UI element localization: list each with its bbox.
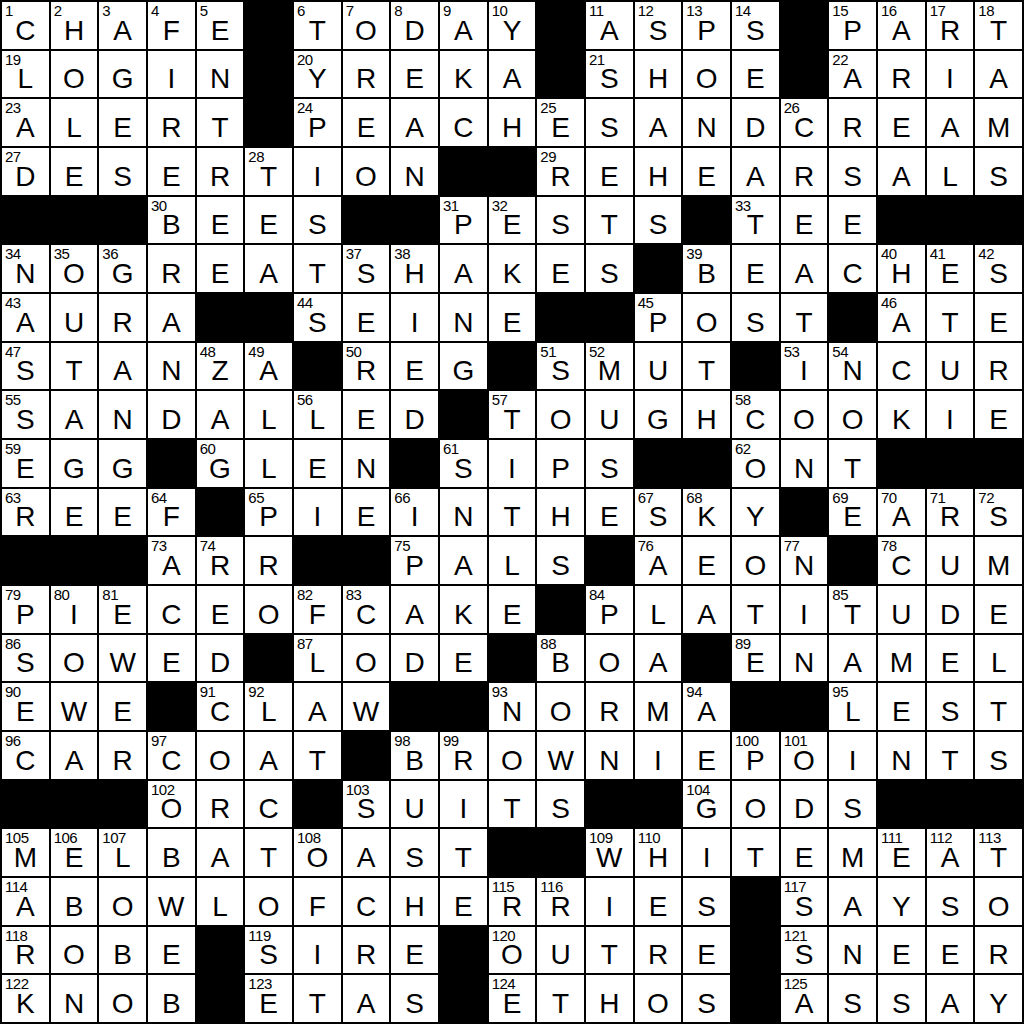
cell-r2c21[interactable]: A	[975, 51, 1022, 98]
cell-r18c5[interactable]: A	[197, 829, 244, 876]
cell-r16c4[interactable]: 97C	[148, 732, 195, 779]
cell-r17c12[interactable]: S	[537, 781, 584, 828]
cell-r8c1[interactable]: 47S	[2, 343, 49, 390]
cell-r5c17[interactable]: E	[781, 197, 828, 244]
cell-r10c13[interactable]: S	[586, 440, 633, 487]
cell-r18c6[interactable]: T	[245, 829, 292, 876]
cell-r11c19[interactable]: 70A	[878, 489, 925, 536]
cell-r9c21[interactable]: E	[975, 391, 1022, 438]
cell-r13c13[interactable]: 84P	[586, 586, 633, 633]
cell-r18c20[interactable]: 112A	[927, 829, 974, 876]
cell-r11c7[interactable]: I	[294, 489, 341, 536]
cell-r15c14[interactable]: M	[635, 683, 682, 730]
cell-r20c17[interactable]: 121S	[781, 927, 828, 974]
cell-r9c14[interactable]: G	[635, 391, 682, 438]
cell-r21c21[interactable]: Y	[975, 975, 1022, 1022]
cell-r5c10[interactable]: 31P	[440, 197, 487, 244]
cell-r9c20[interactable]: I	[927, 391, 974, 438]
cell-r12c19[interactable]: 78C	[878, 537, 925, 584]
cell-r12c17[interactable]: 77N	[781, 537, 828, 584]
cell-r19c17[interactable]: 117S	[781, 878, 828, 925]
cell-r5c13[interactable]: T	[586, 197, 633, 244]
cell-r2c1[interactable]: 19L	[2, 51, 49, 98]
cell-r17c11[interactable]: T	[489, 781, 536, 828]
cell-r12c4[interactable]: 73A	[148, 537, 195, 584]
cell-r6c16[interactable]: E	[732, 245, 779, 292]
cell-r13c15[interactable]: A	[683, 586, 730, 633]
cell-r9c17[interactable]: O	[781, 391, 828, 438]
cell-r11c16[interactable]: Y	[732, 489, 779, 536]
cell-r9c19[interactable]: K	[878, 391, 925, 438]
cell-r13c19[interactable]: U	[878, 586, 925, 633]
cell-r5c7[interactable]: S	[294, 197, 341, 244]
cell-r13c10[interactable]: K	[440, 586, 487, 633]
cell-r21c2[interactable]: N	[51, 975, 98, 1022]
cell-r21c14[interactable]: O	[635, 975, 682, 1022]
cell-r7c1[interactable]: 43A	[2, 294, 49, 341]
cell-r18c7[interactable]: 108O	[294, 829, 341, 876]
cell-r11c2[interactable]: E	[51, 489, 98, 536]
cell-r15c7[interactable]: A	[294, 683, 341, 730]
cell-r8c5[interactable]: 48Z	[197, 343, 244, 390]
cell-r14c20[interactable]: E	[927, 635, 974, 682]
cell-r3c8[interactable]: E	[343, 99, 390, 146]
cell-r20c1[interactable]: 118R	[2, 927, 49, 974]
cell-r14c1[interactable]: 86S	[2, 635, 49, 682]
cell-r7c15[interactable]: O	[683, 294, 730, 341]
cell-r16c9[interactable]: 98B	[391, 732, 438, 779]
cell-r21c12[interactable]: T	[537, 975, 584, 1022]
cell-r1c5[interactable]: 5E	[197, 2, 244, 49]
cell-r10c10[interactable]: 61S	[440, 440, 487, 487]
cell-r15c12[interactable]: O	[537, 683, 584, 730]
cell-r4c15[interactable]: E	[683, 148, 730, 195]
cell-r16c1[interactable]: 96C	[2, 732, 49, 779]
cell-r8c12[interactable]: 51S	[537, 343, 584, 390]
cell-r18c1[interactable]: 105M	[2, 829, 49, 876]
cell-r19c18[interactable]: A	[829, 878, 876, 925]
cell-r13c8[interactable]: 83C	[343, 586, 390, 633]
cell-r4c8[interactable]: O	[343, 148, 390, 195]
cell-r16c15[interactable]: E	[683, 732, 730, 779]
cell-r17c4[interactable]: 102O	[148, 781, 195, 828]
cell-r2c13[interactable]: 21S	[586, 51, 633, 98]
cell-r4c17[interactable]: R	[781, 148, 828, 195]
cell-r6c10[interactable]: A	[440, 245, 487, 292]
cell-r14c9[interactable]: D	[391, 635, 438, 682]
cell-r3c17[interactable]: 26C	[781, 99, 828, 146]
cell-r19c1[interactable]: 114A	[2, 878, 49, 925]
cell-r8c6[interactable]: 49A	[245, 343, 292, 390]
cell-r10c1[interactable]: 59E	[2, 440, 49, 487]
cell-r18c4[interactable]: B	[148, 829, 195, 876]
cell-r12c11[interactable]: L	[489, 537, 536, 584]
cell-r8c18[interactable]: 54N	[829, 343, 876, 390]
cell-r12c12[interactable]: S	[537, 537, 584, 584]
cell-r4c19[interactable]: A	[878, 148, 925, 195]
cell-r12c5[interactable]: 74R	[197, 537, 244, 584]
cell-r16c16[interactable]: 100P	[732, 732, 779, 779]
cell-r8c17[interactable]: 53I	[781, 343, 828, 390]
cell-r13c20[interactable]: D	[927, 586, 974, 633]
cell-r5c5[interactable]: E	[197, 197, 244, 244]
cell-r1c18[interactable]: 15P	[829, 2, 876, 49]
cell-r3c16[interactable]: D	[732, 99, 779, 146]
cell-r6c17[interactable]: A	[781, 245, 828, 292]
cell-r4c14[interactable]: H	[635, 148, 682, 195]
cell-r3c9[interactable]: A	[391, 99, 438, 146]
cell-r2c18[interactable]: 22A	[829, 51, 876, 98]
cell-r14c14[interactable]: A	[635, 635, 682, 682]
cell-r18c14[interactable]: 110H	[635, 829, 682, 876]
cell-r14c21[interactable]: L	[975, 635, 1022, 682]
cell-r12c15[interactable]: E	[683, 537, 730, 584]
cell-r21c19[interactable]: S	[878, 975, 925, 1022]
cell-r1c8[interactable]: 7O	[343, 2, 390, 49]
cell-r6c11[interactable]: K	[489, 245, 536, 292]
cell-r20c15[interactable]: E	[683, 927, 730, 974]
cell-r9c1[interactable]: 55S	[2, 391, 49, 438]
cell-r20c11[interactable]: 120O	[489, 927, 536, 974]
cell-r7c17[interactable]: T	[781, 294, 828, 341]
cell-r15c20[interactable]: S	[927, 683, 974, 730]
cell-r3c18[interactable]: R	[829, 99, 876, 146]
cell-r13c6[interactable]: O	[245, 586, 292, 633]
cell-r14c12[interactable]: 88B	[537, 635, 584, 682]
cell-r20c7[interactable]: I	[294, 927, 341, 974]
cell-r6c5[interactable]: E	[197, 245, 244, 292]
cell-r15c6[interactable]: 92L	[245, 683, 292, 730]
cell-r20c6[interactable]: 119S	[245, 927, 292, 974]
cell-r21c11[interactable]: 124E	[489, 975, 536, 1022]
cell-r4c20[interactable]: L	[927, 148, 974, 195]
cell-r3c15[interactable]: N	[683, 99, 730, 146]
cell-r8c2[interactable]: T	[51, 343, 98, 390]
cell-r9c11[interactable]: 57T	[489, 391, 536, 438]
cell-r7c20[interactable]: T	[927, 294, 974, 341]
cell-r14c10[interactable]: E	[440, 635, 487, 682]
cell-r15c8[interactable]: W	[343, 683, 390, 730]
cell-r11c18[interactable]: 69E	[829, 489, 876, 536]
cell-r5c12[interactable]: S	[537, 197, 584, 244]
cell-r10c3[interactable]: G	[99, 440, 146, 487]
cell-r14c4[interactable]: E	[148, 635, 195, 682]
cell-r11c3[interactable]: E	[99, 489, 146, 536]
cell-r4c9[interactable]: N	[391, 148, 438, 195]
cell-r8c14[interactable]: U	[635, 343, 682, 390]
cell-r16c18[interactable]: I	[829, 732, 876, 779]
cell-r14c18[interactable]: A	[829, 635, 876, 682]
cell-r15c13[interactable]: R	[586, 683, 633, 730]
cell-r3c19[interactable]: E	[878, 99, 925, 146]
cell-r13c18[interactable]: 85T	[829, 586, 876, 633]
cell-r1c1[interactable]: 1C	[2, 2, 49, 49]
cell-r18c13[interactable]: 109W	[586, 829, 633, 876]
cell-r10c17[interactable]: N	[781, 440, 828, 487]
cell-r18c18[interactable]: M	[829, 829, 876, 876]
cell-r14c13[interactable]: O	[586, 635, 633, 682]
cell-r11c12[interactable]: H	[537, 489, 584, 536]
cell-r1c16[interactable]: 14S	[732, 2, 779, 49]
cell-r11c15[interactable]: 68K	[683, 489, 730, 536]
cell-r14c7[interactable]: 87L	[294, 635, 341, 682]
cell-r16c10[interactable]: 99R	[440, 732, 487, 779]
cell-r15c2[interactable]: W	[51, 683, 98, 730]
cell-r13c4[interactable]: C	[148, 586, 195, 633]
cell-r8c3[interactable]: A	[99, 343, 146, 390]
cell-r11c4[interactable]: 64F	[148, 489, 195, 536]
cell-r11c21[interactable]: 72S	[975, 489, 1022, 536]
cell-r5c14[interactable]: S	[635, 197, 682, 244]
cell-r8c13[interactable]: 52M	[586, 343, 633, 390]
cell-r9c4[interactable]: D	[148, 391, 195, 438]
cell-r4c18[interactable]: S	[829, 148, 876, 195]
cell-r7c11[interactable]: E	[489, 294, 536, 341]
cell-r3c21[interactable]: M	[975, 99, 1022, 146]
cell-r11c6[interactable]: 65P	[245, 489, 292, 536]
cell-r1c21[interactable]: 18T	[975, 2, 1022, 49]
cell-r16c2[interactable]: A	[51, 732, 98, 779]
cell-r12c6[interactable]: R	[245, 537, 292, 584]
cell-r10c18[interactable]: T	[829, 440, 876, 487]
cell-r9c12[interactable]: O	[537, 391, 584, 438]
cell-r4c6[interactable]: 28T	[245, 148, 292, 195]
cell-r13c3[interactable]: 81E	[99, 586, 146, 633]
cell-r12c14[interactable]: 76A	[635, 537, 682, 584]
cell-r19c12[interactable]: 116R	[537, 878, 584, 925]
cell-r21c17[interactable]: 125A	[781, 975, 828, 1022]
cell-r8c8[interactable]: 50R	[343, 343, 390, 390]
cell-r13c16[interactable]: T	[732, 586, 779, 633]
cell-r9c16[interactable]: 58C	[732, 391, 779, 438]
cell-r3c1[interactable]: 23A	[2, 99, 49, 146]
cell-r18c21[interactable]: 113T	[975, 829, 1022, 876]
cell-r2c9[interactable]: E	[391, 51, 438, 98]
cell-r18c3[interactable]: 107L	[99, 829, 146, 876]
cell-r9c9[interactable]: D	[391, 391, 438, 438]
cell-r10c8[interactable]: N	[343, 440, 390, 487]
cell-r6c7[interactable]: T	[294, 245, 341, 292]
cell-r14c3[interactable]: W	[99, 635, 146, 682]
cell-r19c15[interactable]: S	[683, 878, 730, 925]
cell-r3c2[interactable]: L	[51, 99, 98, 146]
cell-r15c1[interactable]: 90E	[2, 683, 49, 730]
cell-r9c8[interactable]: E	[343, 391, 390, 438]
cell-r8c21[interactable]: R	[975, 343, 1022, 390]
cell-r13c17[interactable]: I	[781, 586, 828, 633]
cell-r4c5[interactable]: R	[197, 148, 244, 195]
cell-r7c3[interactable]: R	[99, 294, 146, 341]
cell-r20c9[interactable]: E	[391, 927, 438, 974]
cell-r16c7[interactable]: T	[294, 732, 341, 779]
cell-r19c13[interactable]: I	[586, 878, 633, 925]
cell-r9c7[interactable]: 56L	[294, 391, 341, 438]
cell-r7c21[interactable]: E	[975, 294, 1022, 341]
cell-r21c9[interactable]: S	[391, 975, 438, 1022]
cell-r19c4[interactable]: W	[148, 878, 195, 925]
cell-r19c5[interactable]: L	[197, 878, 244, 925]
cell-r2c3[interactable]: G	[99, 51, 146, 98]
cell-r1c4[interactable]: 4F	[148, 2, 195, 49]
cell-r20c14[interactable]: R	[635, 927, 682, 974]
cell-r1c10[interactable]: 9A	[440, 2, 487, 49]
cell-r6c18[interactable]: C	[829, 245, 876, 292]
cell-r4c1[interactable]: 27D	[2, 148, 49, 195]
cell-r20c8[interactable]: R	[343, 927, 390, 974]
cell-r7c8[interactable]: E	[343, 294, 390, 341]
cell-r2c14[interactable]: H	[635, 51, 682, 98]
cell-r11c8[interactable]: E	[343, 489, 390, 536]
cell-r13c14[interactable]: L	[635, 586, 682, 633]
cell-r5c4[interactable]: 30B	[148, 197, 195, 244]
cell-r4c16[interactable]: A	[732, 148, 779, 195]
cell-r1c14[interactable]: 12S	[635, 2, 682, 49]
cell-r16c11[interactable]: O	[489, 732, 536, 779]
cell-r20c2[interactable]: O	[51, 927, 98, 974]
cell-r18c15[interactable]: I	[683, 829, 730, 876]
cell-r7c7[interactable]: 44S	[294, 294, 341, 341]
cell-r18c16[interactable]: T	[732, 829, 779, 876]
cell-r19c6[interactable]: O	[245, 878, 292, 925]
cell-r6c4[interactable]: R	[148, 245, 195, 292]
cell-r1c19[interactable]: 16A	[878, 2, 925, 49]
cell-r7c14[interactable]: 45P	[635, 294, 682, 341]
cell-r19c2[interactable]: B	[51, 878, 98, 925]
cell-r8c10[interactable]: G	[440, 343, 487, 390]
cell-r9c3[interactable]: N	[99, 391, 146, 438]
cell-r15c15[interactable]: 94A	[683, 683, 730, 730]
cell-r8c15[interactable]: T	[683, 343, 730, 390]
cell-r11c13[interactable]: E	[586, 489, 633, 536]
cell-r6c6[interactable]: A	[245, 245, 292, 292]
cell-r16c17[interactable]: 101O	[781, 732, 828, 779]
cell-r7c4[interactable]: A	[148, 294, 195, 341]
cell-r12c9[interactable]: 75P	[391, 537, 438, 584]
cell-r1c2[interactable]: 2H	[51, 2, 98, 49]
cell-r21c1[interactable]: 122K	[2, 975, 49, 1022]
cell-r19c19[interactable]: Y	[878, 878, 925, 925]
cell-r20c21[interactable]: R	[975, 927, 1022, 974]
cell-r10c11[interactable]: I	[489, 440, 536, 487]
cell-r16c13[interactable]: N	[586, 732, 633, 779]
cell-r9c15[interactable]: H	[683, 391, 730, 438]
cell-r21c8[interactable]: A	[343, 975, 390, 1022]
cell-r6c13[interactable]: S	[586, 245, 633, 292]
cell-r2c16[interactable]: E	[732, 51, 779, 98]
cell-r3c4[interactable]: R	[148, 99, 195, 146]
cell-r16c6[interactable]: A	[245, 732, 292, 779]
cell-r14c17[interactable]: N	[781, 635, 828, 682]
cell-r11c20[interactable]: 71R	[927, 489, 974, 536]
cell-r11c11[interactable]: T	[489, 489, 536, 536]
cell-r1c13[interactable]: 11A	[586, 2, 633, 49]
cell-r4c7[interactable]: I	[294, 148, 341, 195]
cell-r2c8[interactable]: R	[343, 51, 390, 98]
cell-r10c2[interactable]: G	[51, 440, 98, 487]
cell-r20c20[interactable]: E	[927, 927, 974, 974]
cell-r15c19[interactable]: E	[878, 683, 925, 730]
cell-r12c20[interactable]: U	[927, 537, 974, 584]
cell-r18c2[interactable]: 106E	[51, 829, 98, 876]
cell-r4c4[interactable]: E	[148, 148, 195, 195]
cell-r7c19[interactable]: 46A	[878, 294, 925, 341]
cell-r3c7[interactable]: 24P	[294, 99, 341, 146]
cell-r13c11[interactable]: E	[489, 586, 536, 633]
cell-r19c9[interactable]: H	[391, 878, 438, 925]
cell-r16c12[interactable]: W	[537, 732, 584, 779]
cell-r2c19[interactable]: R	[878, 51, 925, 98]
cell-r1c9[interactable]: 8D	[391, 2, 438, 49]
cell-r4c2[interactable]: E	[51, 148, 98, 195]
cell-r2c5[interactable]: N	[197, 51, 244, 98]
cell-r2c20[interactable]: I	[927, 51, 974, 98]
cell-r9c18[interactable]: O	[829, 391, 876, 438]
cell-r3c11[interactable]: H	[489, 99, 536, 146]
cell-r12c16[interactable]: O	[732, 537, 779, 584]
cell-r8c19[interactable]: C	[878, 343, 925, 390]
cell-r18c19[interactable]: 111E	[878, 829, 925, 876]
cell-r2c15[interactable]: O	[683, 51, 730, 98]
cell-r8c4[interactable]: N	[148, 343, 195, 390]
cell-r11c14[interactable]: 67S	[635, 489, 682, 536]
cell-r16c20[interactable]: T	[927, 732, 974, 779]
cell-r15c3[interactable]: E	[99, 683, 146, 730]
cell-r4c21[interactable]: S	[975, 148, 1022, 195]
cell-r19c21[interactable]: O	[975, 878, 1022, 925]
cell-r1c11[interactable]: 10Y	[489, 2, 536, 49]
cell-r18c8[interactable]: A	[343, 829, 390, 876]
cell-r15c5[interactable]: 91C	[197, 683, 244, 730]
cell-r18c10[interactable]: T	[440, 829, 487, 876]
cell-r1c3[interactable]: 3A	[99, 2, 146, 49]
cell-r14c5[interactable]: D	[197, 635, 244, 682]
cell-r14c2[interactable]: O	[51, 635, 98, 682]
cell-r13c7[interactable]: 82F	[294, 586, 341, 633]
cell-r12c21[interactable]: M	[975, 537, 1022, 584]
cell-r5c6[interactable]: E	[245, 197, 292, 244]
cell-r4c12[interactable]: 29R	[537, 148, 584, 195]
cell-r6c9[interactable]: 38H	[391, 245, 438, 292]
cell-r3c12[interactable]: 25E	[537, 99, 584, 146]
cell-r16c5[interactable]: O	[197, 732, 244, 779]
cell-r4c13[interactable]: E	[586, 148, 633, 195]
cell-r10c12[interactable]: P	[537, 440, 584, 487]
cell-r13c9[interactable]: A	[391, 586, 438, 633]
cell-r13c1[interactable]: 79P	[2, 586, 49, 633]
cell-r9c6[interactable]: L	[245, 391, 292, 438]
cell-r3c13[interactable]: S	[586, 99, 633, 146]
cell-r19c8[interactable]: C	[343, 878, 390, 925]
cell-r19c14[interactable]: E	[635, 878, 682, 925]
cell-r8c20[interactable]: U	[927, 343, 974, 390]
cell-r17c8[interactable]: 103S	[343, 781, 390, 828]
cell-r20c18[interactable]: N	[829, 927, 876, 974]
cell-r21c4[interactable]: B	[148, 975, 195, 1022]
cell-r3c5[interactable]: T	[197, 99, 244, 146]
cell-r16c14[interactable]: I	[635, 732, 682, 779]
cell-r3c14[interactable]: A	[635, 99, 682, 146]
cell-r20c13[interactable]: T	[586, 927, 633, 974]
cell-r19c10[interactable]: E	[440, 878, 487, 925]
cell-r18c17[interactable]: E	[781, 829, 828, 876]
cell-r21c15[interactable]: S	[683, 975, 730, 1022]
cell-r6c2[interactable]: 35O	[51, 245, 98, 292]
cell-r21c6[interactable]: 123E	[245, 975, 292, 1022]
cell-r20c4[interactable]: E	[148, 927, 195, 974]
cell-r2c2[interactable]: O	[51, 51, 98, 98]
cell-r17c17[interactable]: D	[781, 781, 828, 828]
cell-r2c7[interactable]: 20Y	[294, 51, 341, 98]
